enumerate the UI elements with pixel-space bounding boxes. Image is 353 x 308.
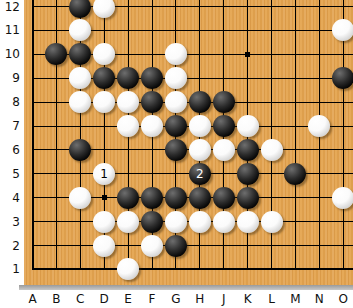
stone-black-K4[interactable] xyxy=(237,187,259,209)
row-label-10: 10 xyxy=(0,47,20,61)
grid-line-col-M xyxy=(295,0,296,270)
stone-white-J3[interactable] xyxy=(213,211,235,233)
grid-line-col-B xyxy=(56,0,57,270)
stone-white-D5[interactable]: 1 xyxy=(93,163,115,185)
stone-white-C4[interactable] xyxy=(69,187,91,209)
row-label-4: 4 xyxy=(0,191,20,205)
stone-white-D2[interactable] xyxy=(93,235,115,257)
stone-white-L6[interactable] xyxy=(261,139,283,161)
row-label-8: 8 xyxy=(0,95,20,109)
row-label-9: 9 xyxy=(0,71,20,85)
col-label-J: J xyxy=(214,292,234,306)
stone-white-E7[interactable] xyxy=(117,115,139,137)
stone-black-H5[interactable]: 2 xyxy=(189,163,211,185)
stone-white-H6[interactable] xyxy=(189,139,211,161)
stone-white-G9[interactable] xyxy=(165,67,187,89)
col-label-D: D xyxy=(94,292,114,306)
stone-white-E3[interactable] xyxy=(117,211,139,233)
col-label-N: N xyxy=(309,292,329,306)
col-label-O: O xyxy=(333,292,353,306)
row-label-1: 1 xyxy=(0,262,20,276)
go-board: 21 121110987654321ABCDEFGHJKLMNO xyxy=(0,0,353,308)
stone-white-H7[interactable] xyxy=(189,115,211,137)
col-label-B: B xyxy=(46,292,66,306)
grid-line-col-A xyxy=(32,0,34,270)
stone-black-J8[interactable] xyxy=(213,91,235,113)
stone-black-F4[interactable] xyxy=(141,187,163,209)
stone-black-F8[interactable] xyxy=(141,91,163,113)
row-label-2: 2 xyxy=(0,239,20,253)
col-label-H: H xyxy=(190,292,210,306)
stone-white-G8[interactable] xyxy=(165,91,187,113)
row-label-5: 5 xyxy=(0,167,20,181)
stone-white-H3[interactable] xyxy=(189,211,211,233)
stone-black-E4[interactable] xyxy=(117,187,139,209)
stone-white-D3[interactable] xyxy=(93,211,115,233)
stone-white-G3[interactable] xyxy=(165,211,187,233)
move-number-label: 1 xyxy=(100,168,108,180)
stone-black-O9[interactable] xyxy=(332,67,353,89)
row-label-6: 6 xyxy=(0,143,20,157)
star-point-K10 xyxy=(245,52,250,57)
board-shadow xyxy=(19,285,353,290)
stone-white-J6[interactable] xyxy=(213,139,235,161)
stone-black-K5[interactable] xyxy=(237,163,259,185)
stone-white-F2[interactable] xyxy=(141,235,163,257)
col-label-G: G xyxy=(166,292,186,306)
row-label-11: 11 xyxy=(0,23,20,37)
stone-white-L3[interactable] xyxy=(261,211,283,233)
stone-black-G7[interactable] xyxy=(165,115,187,137)
stone-black-J7[interactable] xyxy=(213,115,235,137)
row-label-7: 7 xyxy=(0,119,20,133)
col-label-F: F xyxy=(142,292,162,306)
star-point-D4 xyxy=(102,195,107,200)
move-number-label: 2 xyxy=(196,168,204,180)
stone-black-G2[interactable] xyxy=(165,235,187,257)
stone-white-F7[interactable] xyxy=(141,115,163,137)
stone-black-G4[interactable] xyxy=(165,187,187,209)
col-label-C: C xyxy=(70,292,90,306)
grid-line-row-1 xyxy=(32,268,353,270)
col-label-K: K xyxy=(238,292,258,306)
stone-black-H4[interactable] xyxy=(189,187,211,209)
row-label-3: 3 xyxy=(0,215,20,229)
stone-white-K3[interactable] xyxy=(237,211,259,233)
stone-black-J4[interactable] xyxy=(213,187,235,209)
row-label-12: 12 xyxy=(0,0,20,14)
col-label-A: A xyxy=(23,292,43,306)
stone-white-O4[interactable] xyxy=(332,187,353,209)
col-label-E: E xyxy=(118,292,138,306)
stone-white-K7[interactable] xyxy=(237,115,259,137)
grid-line-row-2 xyxy=(32,245,353,246)
stone-white-O11[interactable] xyxy=(332,19,353,41)
stone-black-G6[interactable] xyxy=(165,139,187,161)
col-label-M: M xyxy=(285,292,305,306)
stone-black-H8[interactable] xyxy=(189,91,211,113)
col-label-L: L xyxy=(262,292,282,306)
stone-black-K6[interactable] xyxy=(237,139,259,161)
stone-black-F3[interactable] xyxy=(141,211,163,233)
